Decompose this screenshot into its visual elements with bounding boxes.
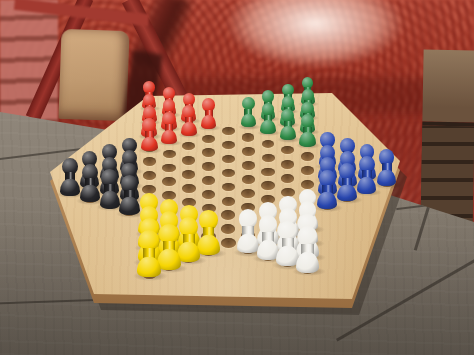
board-hole[interactable]	[182, 142, 195, 150]
peg-green[interactable]	[279, 109, 297, 141]
board-hole[interactable]	[281, 146, 294, 154]
board-hole[interactable]	[221, 210, 235, 219]
board-hole[interactable]	[163, 150, 176, 158]
peg-base	[299, 132, 315, 146]
board-hole[interactable]	[222, 169, 235, 178]
peg-base	[296, 252, 319, 272]
peg-red[interactable]	[160, 112, 179, 144]
peg-base	[260, 120, 276, 134]
peg-base	[241, 114, 256, 127]
board-hole[interactable]	[222, 197, 236, 206]
peg-red[interactable]	[180, 105, 198, 136]
board-hole[interactable]	[301, 152, 314, 161]
board-hole[interactable]	[242, 175, 255, 184]
peg-base	[357, 177, 376, 194]
board-hole[interactable]	[182, 156, 195, 165]
board-hole[interactable]	[261, 168, 274, 177]
board-hole[interactable]	[202, 190, 216, 199]
board-hole[interactable]	[262, 154, 275, 163]
peg-base	[181, 122, 197, 136]
board-hole[interactable]	[242, 161, 255, 170]
peg-blue[interactable]	[376, 149, 397, 186]
board-hole[interactable]	[222, 183, 236, 192]
board-hole[interactable]	[182, 170, 195, 179]
board-hole[interactable]	[143, 171, 156, 180]
peg-base	[141, 137, 158, 152]
board-hole[interactable]	[202, 176, 215, 185]
peg-black[interactable]	[59, 158, 81, 196]
board-hole[interactable]	[162, 177, 175, 186]
peg-base	[377, 170, 396, 186]
board-hole[interactable]	[222, 141, 235, 149]
board-hole[interactable]	[281, 174, 294, 183]
board-hole[interactable]	[202, 148, 215, 156]
board-hole[interactable]	[222, 127, 235, 135]
peg-base	[137, 257, 161, 278]
board-hole[interactable]	[241, 189, 255, 198]
board-hole[interactable]	[162, 164, 175, 173]
board-hole[interactable]	[222, 155, 235, 164]
board-hole[interactable]	[281, 160, 294, 169]
board-hole[interactable]	[242, 147, 255, 155]
board-hole[interactable]	[202, 135, 215, 143]
peg-base	[161, 130, 177, 144]
board-hole[interactable]	[261, 181, 275, 190]
board-play-area	[0, 0, 474, 355]
peg-base	[317, 192, 337, 209]
peg-base	[100, 191, 120, 208]
peg-white[interactable]	[294, 226, 321, 273]
board-hole[interactable]	[182, 184, 196, 193]
peg-base	[80, 185, 100, 202]
peg-blue[interactable]	[336, 163, 358, 202]
peg-red[interactable]	[200, 98, 218, 129]
peg-red[interactable]	[140, 118, 159, 151]
board-hole[interactable]	[221, 224, 235, 234]
peg-base	[201, 115, 216, 128]
peg-base	[280, 126, 296, 140]
peg-green[interactable]	[240, 97, 258, 127]
board-hole[interactable]	[202, 162, 215, 171]
peg-green[interactable]	[298, 114, 317, 147]
peg-green[interactable]	[259, 103, 277, 134]
board-hole[interactable]	[221, 238, 236, 248]
peg-yellow[interactable]	[136, 230, 163, 277]
board-hole[interactable]	[242, 133, 255, 141]
peg-blue[interactable]	[356, 156, 378, 194]
board-hole[interactable]	[301, 166, 314, 175]
peg-base	[337, 185, 357, 202]
board-hole[interactable]	[143, 157, 156, 166]
board-hole[interactable]	[301, 180, 315, 189]
scene	[0, 0, 474, 355]
peg-base	[60, 179, 79, 196]
board-hole[interactable]	[262, 140, 275, 148]
